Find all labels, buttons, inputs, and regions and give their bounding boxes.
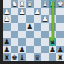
square-h8[interactable]: ♜ <box>3 53 11 61</box>
square-g1[interactable]: ♞ <box>11 0 19 8</box>
square-c3[interactable]: ♟ <box>41 15 49 23</box>
black-pawn-piece[interactable]: ♟ <box>4 38 10 45</box>
white-king-piece[interactable]: ♚ <box>57 0 63 7</box>
square-h1[interactable] <box>3 0 11 8</box>
square-f2[interactable]: ♟ <box>18 8 26 16</box>
black-pawn-piece[interactable]: ♟ <box>26 23 32 30</box>
square-f6[interactable] <box>18 38 26 46</box>
black-king-piece[interactable]: ♚ <box>11 54 17 61</box>
square-e2[interactable] <box>26 8 34 16</box>
square-a2[interactable] <box>56 8 64 16</box>
square-a5[interactable] <box>56 31 64 39</box>
square-f5[interactable] <box>18 31 26 39</box>
square-c6[interactable] <box>41 38 49 46</box>
black-queen-piece[interactable]: ♛ <box>34 54 40 61</box>
white-queen-piece[interactable]: ♛ <box>26 0 32 7</box>
window-edge-bottom <box>0 61 64 64</box>
square-a4[interactable] <box>56 23 64 31</box>
black-pawn-piece[interactable]: ♟ <box>49 46 55 53</box>
square-e8[interactable] <box>26 53 34 61</box>
square-c2[interactable] <box>41 8 49 16</box>
square-e5[interactable] <box>26 31 34 39</box>
square-h3[interactable]: ♟ <box>3 15 11 23</box>
white-pawn-piece[interactable]: ♟ <box>4 8 10 15</box>
square-f8[interactable]: ♝ <box>18 53 26 61</box>
suggested-move-arrow-head <box>49 37 55 42</box>
black-rook-piece[interactable]: ♜ <box>4 54 10 61</box>
window-edge-left <box>0 0 3 64</box>
square-g3[interactable] <box>11 15 19 23</box>
square-h5[interactable] <box>3 31 11 39</box>
square-e1[interactable]: ♛ <box>26 0 34 8</box>
square-b8[interactable] <box>49 53 57 61</box>
square-e7[interactable] <box>26 46 34 54</box>
square-g4[interactable] <box>11 23 19 31</box>
square-h7[interactable]: ♟ <box>3 46 11 54</box>
white-bishop-piece[interactable]: ♝ <box>42 0 48 7</box>
square-c5[interactable] <box>41 31 49 39</box>
square-g8[interactable]: ♚ <box>11 53 19 61</box>
black-bishop-piece[interactable]: ♝ <box>19 54 25 61</box>
square-g6[interactable] <box>11 38 19 46</box>
square-g5[interactable] <box>11 31 19 39</box>
black-pawn-piece[interactable]: ♟ <box>57 46 63 53</box>
black-pawn-piece[interactable]: ♟ <box>19 46 25 53</box>
black-rook-piece[interactable]: ♜ <box>57 54 63 61</box>
square-b7[interactable]: ♟ <box>49 46 57 54</box>
white-pawn-piece[interactable]: ♟ <box>34 8 40 15</box>
square-f3[interactable] <box>18 15 26 23</box>
square-c4[interactable] <box>41 23 49 31</box>
square-e3[interactable] <box>26 15 34 23</box>
square-f1[interactable]: ♜ <box>18 0 26 8</box>
square-d3[interactable] <box>34 15 42 23</box>
square-f4[interactable] <box>18 23 26 31</box>
square-h6[interactable]: ♟ <box>3 38 11 46</box>
square-d7[interactable] <box>34 46 42 54</box>
white-rook-piece[interactable]: ♜ <box>19 0 25 7</box>
white-pawn-piece[interactable]: ♟ <box>19 8 25 15</box>
black-pawn-piece[interactable]: ♟ <box>4 46 10 53</box>
square-f7[interactable]: ♟ <box>18 46 26 54</box>
square-h4[interactable] <box>3 23 11 31</box>
square-d8[interactable]: ♛ <box>34 53 42 61</box>
square-c1[interactable]: ♝ <box>41 0 49 8</box>
square-d6[interactable] <box>34 38 42 46</box>
white-pawn-piece[interactable]: ♟ <box>42 15 48 22</box>
square-d4[interactable] <box>34 23 42 31</box>
square-d5[interactable] <box>34 31 42 39</box>
chess-app-window: ♞♜♛♝♜♚♟♟♟♟♟♟♟♞♟♟♟♟♜♚♝♛♜ <box>0 0 64 64</box>
square-c8[interactable] <box>41 53 49 61</box>
square-a6[interactable] <box>56 38 64 46</box>
square-h2[interactable]: ♟ <box>3 8 11 16</box>
white-knight-piece[interactable]: ♞ <box>11 0 17 7</box>
square-a3[interactable] <box>56 15 64 23</box>
square-c7[interactable] <box>41 46 49 54</box>
square-g2[interactable] <box>11 8 19 16</box>
white-pawn-piece[interactable]: ♟ <box>4 15 10 22</box>
square-d1[interactable] <box>34 0 42 8</box>
chess-board[interactable]: ♞♜♛♝♜♚♟♟♟♟♟♟♟♞♟♟♟♟♜♚♝♛♜ <box>3 0 64 61</box>
square-a7[interactable]: ♟ <box>56 46 64 54</box>
square-d2[interactable]: ♟ <box>34 8 42 16</box>
suggested-move-arrow-line <box>52 2 54 37</box>
square-e6[interactable] <box>26 38 34 46</box>
square-e4[interactable]: ♟ <box>26 23 34 31</box>
square-a1[interactable]: ♚ <box>56 0 64 8</box>
square-a8[interactable]: ♜ <box>56 53 64 61</box>
square-g7[interactable] <box>11 46 19 54</box>
